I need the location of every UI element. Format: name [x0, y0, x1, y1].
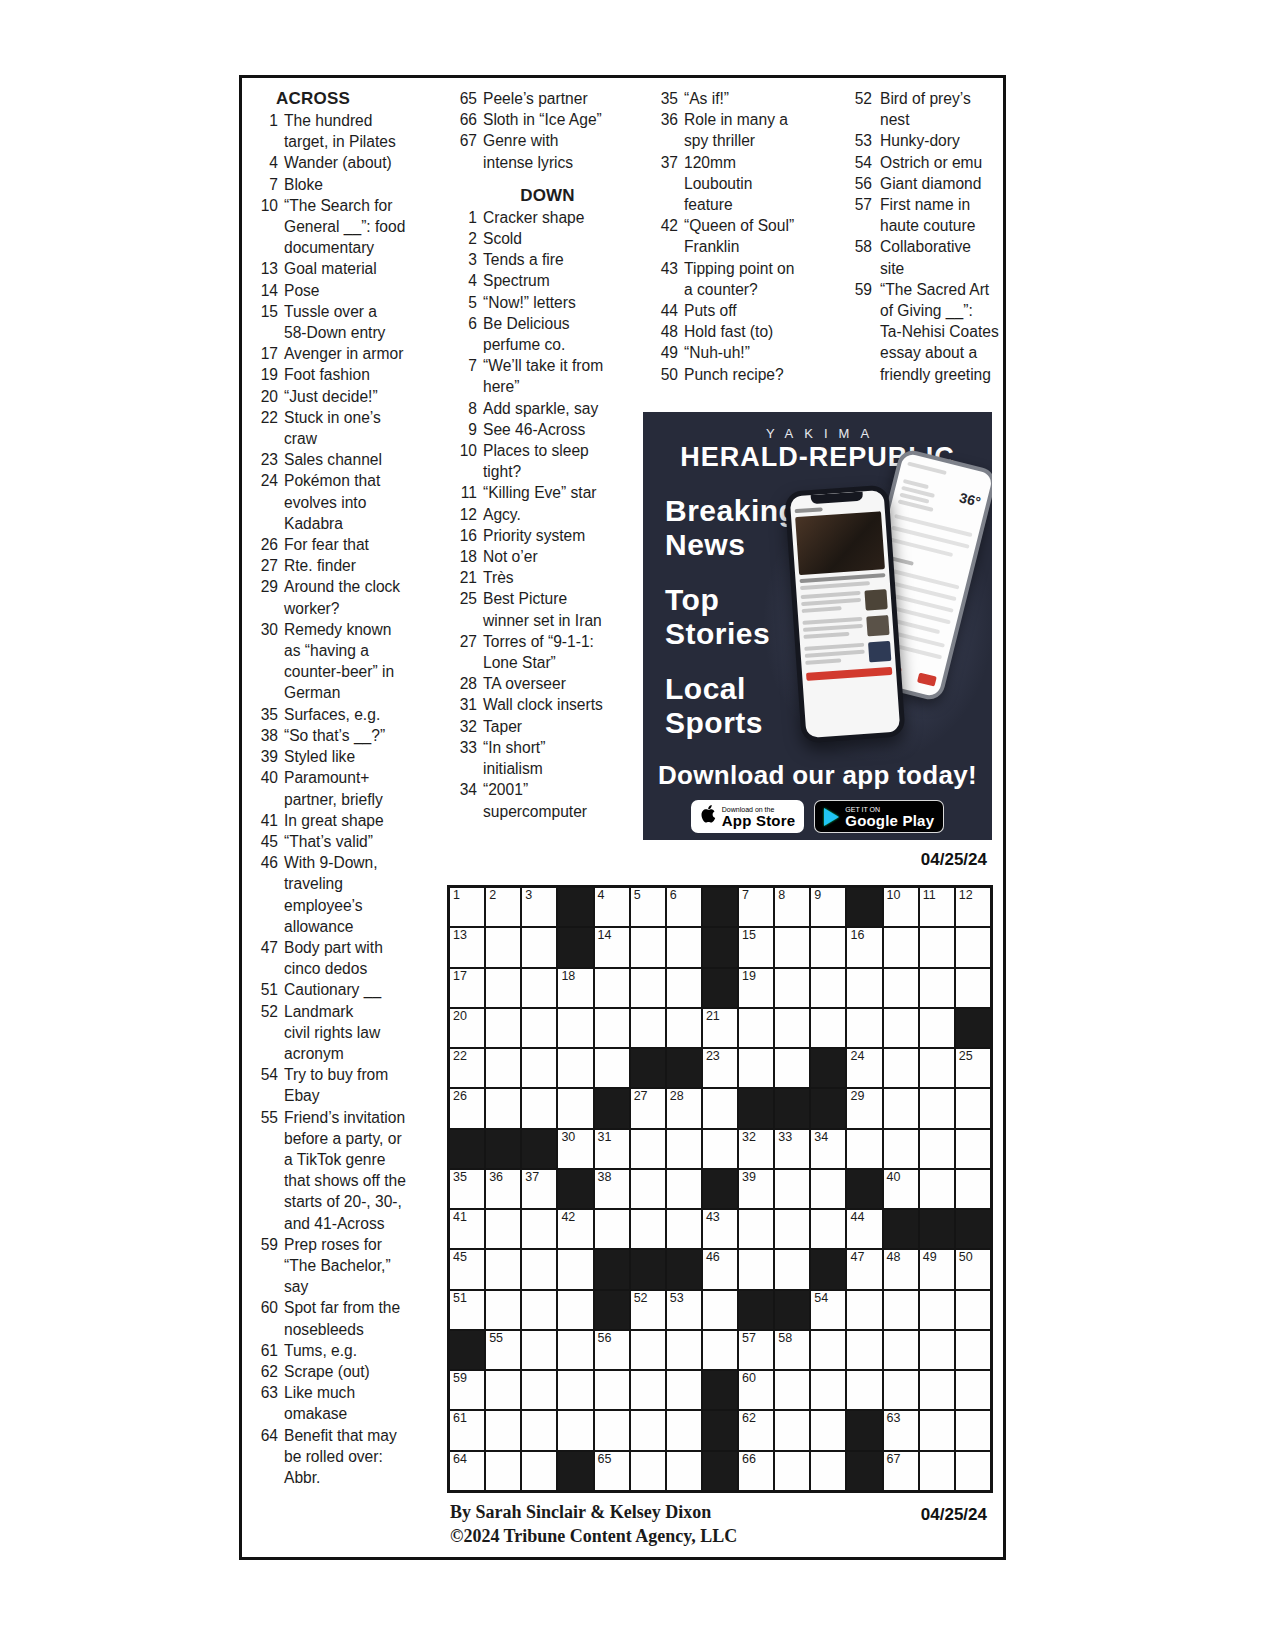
clue-number: 30 — [252, 619, 278, 640]
black-cell-r2c8 — [703, 928, 737, 966]
clue-number: 38 — [252, 725, 278, 746]
cell-r13c10[interactable] — [775, 1371, 809, 1409]
across-clue-list-cont: 65Peele’s partner66Sloth in “Ice Age”67G… — [447, 88, 624, 173]
clue-number: 1 — [447, 207, 477, 228]
cell-r4c9[interactable] — [739, 1009, 773, 1047]
cell-r14c14[interactable] — [920, 1411, 954, 1449]
cell-r2c13[interactable] — [884, 928, 918, 966]
black-cell-r1c4 — [558, 888, 592, 926]
cell-number: 21 — [706, 1010, 720, 1023]
cell-r3c9[interactable]: 19 — [739, 969, 773, 1007]
cell-r12c5[interactable]: 56 — [595, 1331, 629, 1369]
cell-r13c4[interactable] — [558, 1371, 592, 1409]
cell-r4c8[interactable]: 21 — [703, 1009, 737, 1047]
cell-r15c5[interactable]: 65 — [595, 1452, 629, 1490]
cell-r2c1[interactable]: 13 — [450, 928, 484, 966]
cell-r11c3[interactable] — [522, 1291, 556, 1329]
cell-r13c1[interactable]: 59 — [450, 1371, 484, 1409]
cell-r7c11[interactable]: 34 — [811, 1130, 845, 1168]
byline-copyright: ©2024 Tribune Content Agency, LLC — [450, 1524, 737, 1548]
cell-r15c11[interactable] — [811, 1452, 845, 1490]
clue-text: Role in many a spy thriller — [684, 109, 788, 151]
cell-r3c6[interactable] — [631, 969, 665, 1007]
cell-r9c6[interactable] — [631, 1210, 665, 1248]
cell-r9c3[interactable] — [522, 1210, 556, 1248]
cell-number: 16 — [850, 929, 864, 942]
cell-r12c8[interactable] — [703, 1331, 737, 1369]
cell-r14c9[interactable]: 62 — [739, 1411, 773, 1449]
cell-r7c13[interactable] — [884, 1130, 918, 1168]
clue-text: “The Search for General __”: food docume… — [284, 195, 405, 259]
cell-r7c10[interactable]: 33 — [775, 1130, 809, 1168]
clue-text: Styled like — [284, 746, 355, 767]
cell-number: 13 — [453, 929, 467, 942]
cell-r14c2[interactable] — [486, 1411, 520, 1449]
cell-r9c1[interactable]: 41 — [450, 1210, 484, 1248]
cell-r5c3[interactable] — [522, 1049, 556, 1087]
cell-r9c5[interactable] — [595, 1210, 629, 1248]
clue-50: 50Punch recipe? — [648, 364, 814, 385]
cell-r10c9[interactable] — [739, 1250, 773, 1288]
news-thumbnail-1 — [864, 589, 887, 610]
cell-number: 66 — [742, 1453, 756, 1466]
cell-r10c14[interactable]: 49 — [920, 1250, 954, 1288]
cell-r11c14[interactable] — [920, 1291, 954, 1329]
cell-r1c9[interactable]: 7 — [739, 888, 773, 926]
cell-r5c13[interactable] — [884, 1049, 918, 1087]
clue-47: 47Body part with cinco dedos — [252, 937, 432, 979]
cell-r2c2[interactable] — [486, 928, 520, 966]
cell-r8c13[interactable]: 40 — [884, 1170, 918, 1208]
cell-r4c7[interactable] — [667, 1009, 701, 1047]
clue-text: “We’ll take it from here” — [483, 355, 603, 397]
cell-r9c12[interactable]: 44 — [847, 1210, 881, 1248]
black-cell-r8c8 — [703, 1170, 737, 1208]
cell-number: 44 — [850, 1211, 864, 1224]
cell-r14c10[interactable] — [775, 1411, 809, 1449]
cell-r9c4[interactable]: 42 — [558, 1210, 592, 1248]
cell-r1c1[interactable]: 1 — [450, 888, 484, 926]
cell-r3c12[interactable] — [847, 969, 881, 1007]
cell-r8c9[interactable]: 39 — [739, 1170, 773, 1208]
cell-r11c13[interactable] — [884, 1291, 918, 1329]
cell-r11c2[interactable] — [486, 1291, 520, 1329]
clue-25: 25Best Picture winner set in Iran — [447, 588, 624, 630]
clue-number: 23 — [252, 449, 278, 470]
google-play-badge[interactable]: GET IT ON Google Play — [814, 800, 944, 833]
cell-r7c7[interactable] — [667, 1130, 701, 1168]
cell-r6c12[interactable]: 29 — [847, 1089, 881, 1127]
cell-r14c1[interactable]: 61 — [450, 1411, 484, 1449]
cell-r3c11[interactable] — [811, 969, 845, 1007]
cell-r6c3[interactable] — [522, 1089, 556, 1127]
cell-r2c15[interactable] — [956, 928, 990, 966]
cell-r15c1[interactable]: 64 — [450, 1452, 484, 1490]
cell-r15c13[interactable]: 67 — [884, 1452, 918, 1490]
cell-r5c2[interactable] — [486, 1049, 520, 1087]
cell-r5c1[interactable]: 22 — [450, 1049, 484, 1087]
phone-news-screen — [790, 490, 901, 738]
cell-r10c10[interactable] — [775, 1250, 809, 1288]
store-badges: Download on the App Store GET IT ON Goog… — [643, 800, 992, 833]
cell-r15c15[interactable] — [956, 1452, 990, 1490]
clue-35: 35“As if!” — [648, 88, 814, 109]
clue-text: For fear that — [284, 534, 369, 555]
cell-r8c6[interactable] — [631, 1170, 665, 1208]
black-cell-r14c12 — [847, 1411, 881, 1449]
black-cell-r1c12 — [847, 888, 881, 926]
cell-r4c1[interactable]: 20 — [450, 1009, 484, 1047]
cell-r1c13[interactable]: 10 — [884, 888, 918, 926]
cell-r8c5[interactable]: 38 — [595, 1170, 629, 1208]
clue-text: “So that’s __?” — [284, 725, 385, 746]
cell-r9c10[interactable] — [775, 1210, 809, 1248]
cell-number: 23 — [706, 1050, 720, 1063]
cell-r12c9[interactable]: 57 — [739, 1331, 773, 1369]
cell-r8c11[interactable] — [811, 1170, 845, 1208]
clue-number: 60 — [252, 1297, 278, 1318]
clue-number: 26 — [252, 534, 278, 555]
cell-r4c4[interactable] — [558, 1009, 592, 1047]
cell-r1c10[interactable]: 8 — [775, 888, 809, 926]
clue-text: Hunky-dory — [880, 130, 960, 151]
cell-r6c7[interactable]: 28 — [667, 1089, 701, 1127]
clue-7: 7Bloke — [252, 174, 432, 195]
cell-r4c3[interactable] — [522, 1009, 556, 1047]
cell-r2c14[interactable] — [920, 928, 954, 966]
cell-r9c9[interactable] — [739, 1210, 773, 1248]
cell-r7c15[interactable] — [956, 1130, 990, 1168]
cell-r13c9[interactable]: 60 — [739, 1371, 773, 1409]
clue-55: 55Friend’s invitation before a party, or… — [252, 1107, 432, 1234]
clue-text: Scrape (out) — [284, 1361, 370, 1382]
black-cell-r15c12 — [847, 1452, 881, 1490]
app-advert: YAKIMA HERALD-REPUBLIC Breaking News Top… — [643, 412, 992, 840]
clue-text: “Queen of Soul” Franklin — [684, 215, 794, 257]
clue-63: 63Like much omakase — [252, 1382, 432, 1424]
cell-r5c9[interactable] — [739, 1049, 773, 1087]
cell-r12c4[interactable] — [558, 1331, 592, 1369]
cell-r14c5[interactable] — [595, 1411, 629, 1449]
clue-text: Torres of “9-1-1: Lone Star” — [483, 631, 594, 673]
cell-r11c6[interactable]: 52 — [631, 1291, 665, 1329]
cell-r13c11[interactable] — [811, 1371, 845, 1409]
cell-r15c10[interactable] — [775, 1452, 809, 1490]
cell-r1c3[interactable]: 3 — [522, 888, 556, 926]
cell-r8c14[interactable] — [920, 1170, 954, 1208]
cell-r13c6[interactable] — [631, 1371, 665, 1409]
cell-r15c14[interactable] — [920, 1452, 954, 1490]
cell-r1c14[interactable]: 11 — [920, 888, 954, 926]
cell-r2c12[interactable]: 16 — [847, 928, 881, 966]
cell-r5c12[interactable]: 24 — [847, 1049, 881, 1087]
clue-59: 59Prep roses for “The Bachelor,” say — [252, 1234, 432, 1298]
cell-number: 24 — [850, 1050, 864, 1063]
cell-r13c13[interactable] — [884, 1371, 918, 1409]
phone-news-mockup — [784, 485, 905, 744]
cell-r5c14[interactable] — [920, 1049, 954, 1087]
black-cell-r6c9 — [739, 1089, 773, 1127]
cell-r11c15[interactable] — [956, 1291, 990, 1329]
cell-r3c15[interactable] — [956, 969, 990, 1007]
cell-r9c11[interactable] — [811, 1210, 845, 1248]
clue-6: 6Be Delicious perfume co. — [447, 313, 624, 355]
cell-r1c2[interactable]: 2 — [486, 888, 520, 926]
cell-r9c8[interactable]: 43 — [703, 1210, 737, 1248]
cell-r14c7[interactable] — [667, 1411, 701, 1449]
cell-r7c9[interactable]: 32 — [739, 1130, 773, 1168]
cell-r9c2[interactable] — [486, 1210, 520, 1248]
clue-1: 1The hundred target, in Pilates — [252, 110, 432, 152]
cell-r12c12[interactable] — [847, 1331, 881, 1369]
cell-r6c13[interactable] — [884, 1089, 918, 1127]
cell-r1c6[interactable]: 5 — [631, 888, 665, 926]
clue-number: 16 — [447, 525, 477, 546]
cell-r7c6[interactable] — [631, 1130, 665, 1168]
cell-r13c12[interactable] — [847, 1371, 881, 1409]
black-cell-r10c7 — [667, 1250, 701, 1288]
cell-number: 26 — [453, 1090, 467, 1103]
clue-number: 10 — [447, 440, 477, 461]
cell-r4c5[interactable] — [595, 1009, 629, 1047]
cell-number: 43 — [706, 1211, 720, 1224]
clue-number: 54 — [252, 1064, 278, 1085]
cell-r3c10[interactable] — [775, 969, 809, 1007]
cell-r4c14[interactable] — [920, 1009, 954, 1047]
cell-r11c11[interactable]: 54 — [811, 1291, 845, 1329]
clue-text: Benefit that may be rolled over: Abbr. — [284, 1425, 397, 1489]
cell-r10c3[interactable] — [522, 1250, 556, 1288]
cell-number: 22 — [453, 1050, 467, 1063]
cell-number: 61 — [453, 1412, 467, 1425]
cell-r2c5[interactable]: 14 — [595, 928, 629, 966]
clue-41: 41In great shape — [252, 810, 432, 831]
cell-r3c1[interactable]: 17 — [450, 969, 484, 1007]
clue-text: Around the clock worker? — [284, 576, 400, 618]
clue-30: 30Remedy known as “having a counter-beer… — [252, 619, 432, 704]
cell-r7c8[interactable] — [703, 1130, 737, 1168]
cell-r3c2[interactable] — [486, 969, 520, 1007]
cell-r14c15[interactable] — [956, 1411, 990, 1449]
cell-r10c15[interactable]: 50 — [956, 1250, 990, 1288]
clue-text: Spectrum — [483, 270, 550, 291]
cell-number: 52 — [634, 1292, 648, 1305]
cell-r2c7[interactable] — [667, 928, 701, 966]
cell-r6c2[interactable] — [486, 1089, 520, 1127]
cell-r8c10[interactable] — [775, 1170, 809, 1208]
clue-number: 36 — [648, 109, 678, 130]
cell-r14c11[interactable] — [811, 1411, 845, 1449]
cell-r4c2[interactable] — [486, 1009, 520, 1047]
cell-number: 10 — [887, 889, 901, 902]
cell-r2c10[interactable] — [775, 928, 809, 966]
advert-brand-city: YAKIMA — [643, 426, 992, 441]
cell-r8c7[interactable] — [667, 1170, 701, 1208]
cell-r6c8[interactable] — [703, 1089, 737, 1127]
clue-22: 22Stuck in one’s craw — [252, 407, 432, 449]
cell-number: 39 — [742, 1171, 756, 1184]
cell-r2c11[interactable] — [811, 928, 845, 966]
across-clue-list: 1The hundred target, in Pilates4Wander (… — [252, 110, 432, 1488]
cell-r3c5[interactable] — [595, 969, 629, 1007]
cell-r14c6[interactable] — [631, 1411, 665, 1449]
cell-r8c3[interactable]: 37 — [522, 1170, 556, 1208]
cell-r7c5[interactable]: 31 — [595, 1130, 629, 1168]
cell-r8c2[interactable]: 36 — [486, 1170, 520, 1208]
cell-r3c4[interactable]: 18 — [558, 969, 592, 1007]
clue-number: 31 — [447, 694, 477, 715]
cell-r1c15[interactable]: 12 — [956, 888, 990, 926]
cell-r1c5[interactable]: 4 — [595, 888, 629, 926]
cell-r10c2[interactable] — [486, 1250, 520, 1288]
cell-r2c3[interactable] — [522, 928, 556, 966]
cell-r3c13[interactable] — [884, 969, 918, 1007]
cell-r12c6[interactable] — [631, 1331, 665, 1369]
cell-r12c11[interactable] — [811, 1331, 845, 1369]
black-cell-r6c10 — [775, 1089, 809, 1127]
cell-r14c4[interactable] — [558, 1411, 592, 1449]
cell-r13c2[interactable] — [486, 1371, 520, 1409]
clue-text: Wall clock inserts — [483, 694, 603, 715]
cell-number: 17 — [453, 970, 467, 983]
cell-number: 42 — [561, 1211, 575, 1224]
cell-r10c13[interactable]: 48 — [884, 1250, 918, 1288]
cell-number: 55 — [489, 1332, 503, 1345]
cell-r14c3[interactable] — [522, 1411, 556, 1449]
cell-r10c1[interactable]: 45 — [450, 1250, 484, 1288]
clue-text: With 9-Down, traveling employee’s allowa… — [284, 852, 378, 937]
cell-r13c5[interactable] — [595, 1371, 629, 1409]
cell-r7c4[interactable]: 30 — [558, 1130, 592, 1168]
clue-text: Best Picture winner set in Iran — [483, 588, 602, 630]
cell-r11c12[interactable] — [847, 1291, 881, 1329]
cell-r4c6[interactable] — [631, 1009, 665, 1047]
clue-number: 39 — [252, 746, 278, 767]
cell-r11c4[interactable] — [558, 1291, 592, 1329]
clue-number: 41 — [252, 810, 278, 831]
clue-48: 48Hold fast (to) — [648, 321, 814, 342]
cell-r13c14[interactable] — [920, 1371, 954, 1409]
cell-number: 19 — [742, 970, 756, 983]
cell-number: 8 — [778, 889, 785, 902]
cell-r4c12[interactable] — [847, 1009, 881, 1047]
black-cell-r7c3 — [522, 1130, 556, 1168]
clue-text: TA overseer — [483, 673, 566, 694]
cell-number: 58 — [778, 1332, 792, 1345]
clue-text: Tums, e.g. — [284, 1340, 357, 1361]
cell-r14c13[interactable]: 63 — [884, 1411, 918, 1449]
cell-number: 41 — [453, 1211, 467, 1224]
cell-r15c7[interactable] — [667, 1452, 701, 1490]
clue-text: Avenger in armor — [284, 343, 403, 364]
clue-number: 3 — [447, 249, 477, 270]
clue-text: “Nuh-uh!” — [684, 342, 750, 363]
cell-r6c15[interactable] — [956, 1089, 990, 1127]
clue-text: Collaborative site — [880, 236, 971, 278]
black-cell-r11c10 — [775, 1291, 809, 1329]
cell-r6c1[interactable]: 26 — [450, 1089, 484, 1127]
cell-r5c10[interactable] — [775, 1049, 809, 1087]
cell-r5c5[interactable] — [595, 1049, 629, 1087]
cell-r5c8[interactable]: 23 — [703, 1049, 737, 1087]
cell-r15c2[interactable] — [486, 1452, 520, 1490]
cell-r11c8[interactable] — [703, 1291, 737, 1329]
cell-number: 47 — [850, 1251, 864, 1264]
cell-r10c12[interactable]: 47 — [847, 1250, 881, 1288]
cell-r8c15[interactable] — [956, 1170, 990, 1208]
cell-r10c4[interactable] — [558, 1250, 592, 1288]
cell-r4c11[interactable] — [811, 1009, 845, 1047]
cell-r6c14[interactable] — [920, 1089, 954, 1127]
cell-number: 53 — [670, 1292, 684, 1305]
clue-text: Rte. finder — [284, 555, 356, 576]
clue-13: 13Goal material — [252, 258, 432, 279]
app-store-badge[interactable]: Download on the App Store — [691, 800, 804, 833]
clue-28: 28TA overseer — [447, 673, 624, 694]
cell-r11c7[interactable]: 53 — [667, 1291, 701, 1329]
cell-r15c6[interactable] — [631, 1452, 665, 1490]
cell-r12c14[interactable] — [920, 1331, 954, 1369]
cell-r12c3[interactable] — [522, 1331, 556, 1369]
cell-r9c7[interactable] — [667, 1210, 701, 1248]
cell-r7c12[interactable] — [847, 1130, 881, 1168]
cell-r2c6[interactable] — [631, 928, 665, 966]
clue-58: 58Collaborative site — [842, 236, 1007, 278]
cell-r13c7[interactable] — [667, 1371, 701, 1409]
clue-text: Genre with intense lyrics — [483, 130, 573, 172]
black-cell-r2c4 — [558, 928, 592, 966]
cell-r12c13[interactable] — [884, 1331, 918, 1369]
clue-text: Tends a fire — [483, 249, 564, 270]
clue-number: 35 — [252, 704, 278, 725]
clue-4: 4Wander (about) — [252, 152, 432, 173]
cell-r3c7[interactable] — [667, 969, 701, 1007]
cell-r13c15[interactable] — [956, 1371, 990, 1409]
cell-number: 14 — [598, 929, 612, 942]
cell-r1c11[interactable]: 9 — [811, 888, 845, 926]
cell-r8c1[interactable]: 35 — [450, 1170, 484, 1208]
cell-r11c1[interactable]: 51 — [450, 1291, 484, 1329]
cell-r15c3[interactable] — [522, 1452, 556, 1490]
cell-number: 50 — [959, 1251, 973, 1264]
cell-r6c6[interactable]: 27 — [631, 1089, 665, 1127]
cell-r7c14[interactable] — [920, 1130, 954, 1168]
clue-20: 20“Just decide!” — [252, 386, 432, 407]
clue-number: 59 — [842, 279, 872, 300]
cell-r5c15[interactable]: 25 — [956, 1049, 990, 1087]
clue-number: 59 — [252, 1234, 278, 1255]
cell-r15c9[interactable]: 66 — [739, 1452, 773, 1490]
cell-r4c10[interactable] — [775, 1009, 809, 1047]
cell-r1c7[interactable]: 6 — [667, 888, 701, 926]
cell-r12c2[interactable]: 55 — [486, 1331, 520, 1369]
cell-r2c9[interactable]: 15 — [739, 928, 773, 966]
cell-r3c3[interactable] — [522, 969, 556, 1007]
cell-r6c4[interactable] — [558, 1089, 592, 1127]
cell-r4c13[interactable] — [884, 1009, 918, 1047]
cell-r10c8[interactable]: 46 — [703, 1250, 737, 1288]
cell-r12c7[interactable] — [667, 1331, 701, 1369]
cell-r13c3[interactable] — [522, 1371, 556, 1409]
clue-text: Tipping point on a counter? — [684, 258, 794, 300]
cell-r12c15[interactable] — [956, 1331, 990, 1369]
clue-57: 57First name in haute couture — [842, 194, 1007, 236]
clue-38: 38“So that’s __?” — [252, 725, 432, 746]
cell-r5c4[interactable] — [558, 1049, 592, 1087]
cell-r12c10[interactable]: 58 — [775, 1331, 809, 1369]
cell-number: 38 — [598, 1171, 612, 1184]
cell-r3c14[interactable] — [920, 969, 954, 1007]
